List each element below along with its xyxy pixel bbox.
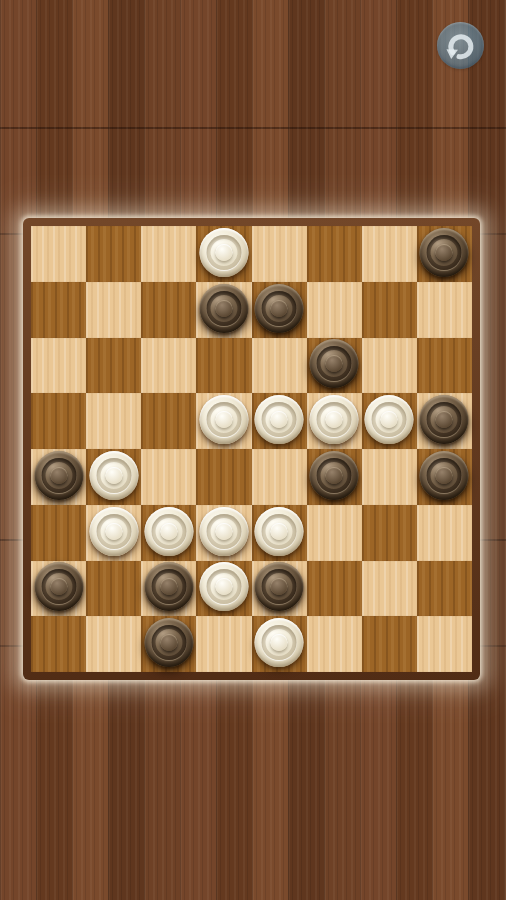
board-cell[interactable] xyxy=(307,338,362,394)
board-cell[interactable] xyxy=(252,338,307,394)
board-cell[interactable] xyxy=(252,616,307,672)
board-cell[interactable] xyxy=(196,226,251,282)
dark-piece[interactable] xyxy=(310,451,359,500)
board-cell[interactable] xyxy=(417,282,472,338)
board-cell[interactable] xyxy=(31,616,86,672)
board-cell[interactable] xyxy=(417,338,472,394)
board-cell[interactable] xyxy=(307,505,362,561)
board-cell[interactable] xyxy=(141,338,196,394)
board-frame xyxy=(23,218,480,680)
dark-piece[interactable] xyxy=(310,339,359,388)
board-cell[interactable] xyxy=(417,449,472,505)
board-cell[interactable] xyxy=(86,561,141,617)
board-cell[interactable] xyxy=(252,282,307,338)
board-cell[interactable] xyxy=(307,393,362,449)
board-cell[interactable] xyxy=(86,616,141,672)
board-cell[interactable] xyxy=(196,338,251,394)
board-cell[interactable] xyxy=(417,616,472,672)
dark-piece[interactable] xyxy=(34,562,83,611)
dark-piece[interactable] xyxy=(144,562,193,611)
undo-button[interactable] xyxy=(437,22,484,69)
dark-piece[interactable] xyxy=(144,618,193,667)
white-piece[interactable] xyxy=(255,507,304,556)
board-cell[interactable] xyxy=(141,393,196,449)
white-piece[interactable] xyxy=(365,395,414,444)
board-cell[interactable] xyxy=(141,505,196,561)
dark-piece[interactable] xyxy=(420,228,469,277)
board-cell[interactable] xyxy=(307,616,362,672)
board-cell[interactable] xyxy=(252,561,307,617)
board-cell[interactable] xyxy=(196,561,251,617)
board-cell[interactable] xyxy=(196,505,251,561)
board-cell[interactable] xyxy=(362,616,417,672)
white-piece[interactable] xyxy=(89,507,138,556)
board-cell[interactable] xyxy=(141,561,196,617)
board-cell[interactable] xyxy=(196,449,251,505)
board-cell[interactable] xyxy=(362,338,417,394)
white-piece[interactable] xyxy=(199,395,248,444)
white-piece[interactable] xyxy=(310,395,359,444)
dark-piece[interactable] xyxy=(255,562,304,611)
board-cell[interactable] xyxy=(141,226,196,282)
board-cell[interactable] xyxy=(86,282,141,338)
board-cell[interactable] xyxy=(252,226,307,282)
board-cell[interactable] xyxy=(417,561,472,617)
board-cell[interactable] xyxy=(362,505,417,561)
white-piece[interactable] xyxy=(199,507,248,556)
board-cell[interactable] xyxy=(307,282,362,338)
white-piece[interactable] xyxy=(255,395,304,444)
board-cell[interactable] xyxy=(31,505,86,561)
white-piece[interactable] xyxy=(89,451,138,500)
board-cell[interactable] xyxy=(252,505,307,561)
dark-piece[interactable] xyxy=(34,451,83,500)
dark-piece[interactable] xyxy=(199,284,248,333)
board-cell[interactable] xyxy=(252,393,307,449)
board-cell[interactable] xyxy=(141,449,196,505)
board-cell[interactable] xyxy=(86,226,141,282)
undo-counterclockwise-arrow-icon xyxy=(444,29,478,63)
board-cell[interactable] xyxy=(196,282,251,338)
board-cell[interactable] xyxy=(417,393,472,449)
board-cell[interactable] xyxy=(417,505,472,561)
board-cell[interactable] xyxy=(362,282,417,338)
board-cell[interactable] xyxy=(196,393,251,449)
board-cell[interactable] xyxy=(141,282,196,338)
board-cell[interactable] xyxy=(362,561,417,617)
board-cell[interactable] xyxy=(307,226,362,282)
board-cell[interactable] xyxy=(31,338,86,394)
board-cell[interactable] xyxy=(31,282,86,338)
board-cell[interactable] xyxy=(362,449,417,505)
board-cell[interactable] xyxy=(86,449,141,505)
game-screen xyxy=(0,0,506,900)
board-cell[interactable] xyxy=(141,616,196,672)
board-cell[interactable] xyxy=(86,505,141,561)
board-cell[interactable] xyxy=(31,561,86,617)
board-cell[interactable] xyxy=(86,338,141,394)
board-cell[interactable] xyxy=(31,393,86,449)
board-cell[interactable] xyxy=(31,449,86,505)
board-cell[interactable] xyxy=(417,226,472,282)
board-cell[interactable] xyxy=(307,561,362,617)
dark-piece[interactable] xyxy=(420,451,469,500)
board-cell[interactable] xyxy=(31,226,86,282)
white-piece[interactable] xyxy=(199,228,248,277)
dark-piece[interactable] xyxy=(420,395,469,444)
white-piece[interactable] xyxy=(199,562,248,611)
board-cell[interactable] xyxy=(252,449,307,505)
white-piece[interactable] xyxy=(144,507,193,556)
board-cell[interactable] xyxy=(362,393,417,449)
board xyxy=(31,226,472,672)
board-cell[interactable] xyxy=(86,393,141,449)
dark-piece[interactable] xyxy=(255,284,304,333)
board-cell[interactable] xyxy=(196,616,251,672)
board-cell[interactable] xyxy=(362,226,417,282)
board-cell[interactable] xyxy=(307,449,362,505)
white-piece[interactable] xyxy=(255,618,304,667)
